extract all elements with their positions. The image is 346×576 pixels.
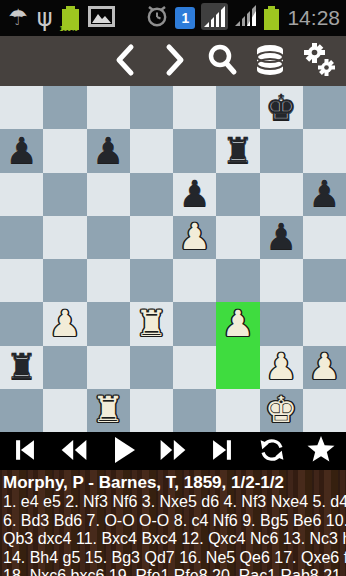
black-pawn: ♟ bbox=[5, 133, 37, 169]
square-g1[interactable]: ♚ bbox=[260, 389, 303, 432]
square-b3[interactable]: ♟ bbox=[43, 302, 86, 345]
battery-icon bbox=[264, 6, 279, 30]
usb-icon: ψ bbox=[37, 6, 53, 30]
white-pawn: ♟ bbox=[222, 306, 254, 342]
battery-percent-label: 100% bbox=[60, 25, 78, 32]
previous-game-button[interactable] bbox=[102, 36, 150, 86]
status-bar: ☂ ψ 100% bbox=[0, 0, 346, 36]
square-c4[interactable] bbox=[87, 259, 130, 302]
square-f4[interactable] bbox=[216, 259, 259, 302]
black-rook: ♜ bbox=[222, 133, 254, 169]
signal-strength-icon bbox=[201, 3, 228, 34]
star-icon bbox=[307, 436, 335, 466]
skip-to-end-icon bbox=[209, 437, 235, 466]
game-info: Morphy, P - Barnes, T, 1859, 1/2-1/2 1. … bbox=[0, 470, 346, 576]
square-a2[interactable]: ♜ bbox=[0, 346, 43, 389]
black-pawn: ♟ bbox=[308, 176, 340, 212]
phone-screen: ☂ ψ 100% bbox=[0, 0, 346, 576]
square-a5[interactable] bbox=[0, 216, 43, 259]
square-f5[interactable] bbox=[216, 216, 259, 259]
square-f7[interactable]: ♜ bbox=[216, 129, 259, 172]
square-b1[interactable] bbox=[43, 389, 86, 432]
black-pawn: ♟ bbox=[92, 133, 124, 169]
star-favorite-button[interactable] bbox=[301, 432, 341, 470]
fast-forward-button[interactable] bbox=[153, 432, 193, 470]
status-icons-left: ☂ ψ 100% bbox=[4, 6, 115, 31]
search-button[interactable] bbox=[198, 36, 246, 86]
status-icons-right: 1 bbox=[145, 3, 342, 34]
clock-time: 14:28 bbox=[285, 6, 342, 30]
square-d4[interactable] bbox=[130, 259, 173, 302]
square-b8[interactable] bbox=[43, 86, 86, 129]
rewind-button[interactable] bbox=[54, 432, 94, 470]
square-c5[interactable] bbox=[87, 216, 130, 259]
notification-count: 1 bbox=[182, 10, 190, 26]
square-b5[interactable] bbox=[43, 216, 86, 259]
square-c7[interactable]: ♟ bbox=[87, 129, 130, 172]
square-a7[interactable]: ♟ bbox=[0, 129, 43, 172]
square-c2[interactable] bbox=[87, 346, 130, 389]
white-pawn: ♟ bbox=[178, 219, 210, 255]
square-d8[interactable] bbox=[130, 86, 173, 129]
refresh-icon bbox=[259, 437, 285, 466]
search-icon bbox=[205, 43, 239, 80]
square-g2[interactable]: ♟ bbox=[260, 346, 303, 389]
play-button[interactable] bbox=[104, 432, 144, 470]
square-c6[interactable] bbox=[87, 173, 130, 216]
skip-to-start-icon bbox=[12, 437, 38, 466]
square-h1[interactable] bbox=[303, 389, 346, 432]
notification-badge: 1 bbox=[175, 7, 195, 29]
alarm-clock-icon bbox=[145, 4, 169, 32]
database-button[interactable] bbox=[246, 36, 294, 86]
square-b4[interactable] bbox=[43, 259, 86, 302]
toolbar bbox=[0, 36, 346, 86]
play-icon bbox=[111, 436, 137, 467]
square-c3[interactable] bbox=[87, 302, 130, 345]
square-f2[interactable] bbox=[216, 346, 259, 389]
move-line: 14. Bh4 g5 15. Bg3 Qd7 16. Ne5 Qe6 17. Q… bbox=[3, 549, 343, 568]
white-king: ♚ bbox=[265, 392, 297, 428]
black-rook: ♜ bbox=[5, 349, 37, 385]
square-e1[interactable] bbox=[173, 389, 216, 432]
black-pawn: ♟ bbox=[265, 219, 297, 255]
square-h2[interactable]: ♟ bbox=[303, 346, 346, 389]
chess-board: ♚♟♟♜♟♟♟♟♟♜♟♜♟♟♜♚ bbox=[0, 86, 346, 432]
white-rook: ♜ bbox=[135, 306, 167, 342]
square-a3[interactable] bbox=[0, 302, 43, 345]
square-f1[interactable] bbox=[216, 389, 259, 432]
square-f8[interactable] bbox=[216, 86, 259, 129]
square-d7[interactable] bbox=[130, 129, 173, 172]
square-h4[interactable] bbox=[303, 259, 346, 302]
square-h8[interactable] bbox=[303, 86, 346, 129]
white-rook: ♜ bbox=[92, 392, 124, 428]
gallery-icon bbox=[88, 6, 115, 31]
square-a6[interactable] bbox=[0, 173, 43, 216]
square-a8[interactable] bbox=[0, 86, 43, 129]
skip-to-end-button[interactable] bbox=[202, 432, 242, 470]
square-e6[interactable]: ♟ bbox=[173, 173, 216, 216]
square-g3[interactable] bbox=[260, 302, 303, 345]
signal-strength-2-icon bbox=[234, 4, 258, 32]
move-list[interactable]: 1. e4 e5 2. Nf3 Nf6 3. Nxe5 d6 4. Nf3 Nx… bbox=[3, 493, 343, 576]
square-e5[interactable]: ♟ bbox=[173, 216, 216, 259]
square-d2[interactable] bbox=[130, 346, 173, 389]
square-b2[interactable] bbox=[43, 346, 86, 389]
database-icon bbox=[254, 43, 286, 80]
move-line: Qb3 dxc4 11. Bxc4 Bxc4 12. Qxc4 Nc6 13. … bbox=[3, 530, 343, 549]
square-e3[interactable] bbox=[173, 302, 216, 345]
move-line: 6. Bd3 Bd6 7. O-O O-O 8. c4 Nf6 9. Bg5 B… bbox=[3, 512, 343, 531]
square-a4[interactable] bbox=[0, 259, 43, 302]
square-h3[interactable] bbox=[303, 302, 346, 345]
next-game-button[interactable] bbox=[150, 36, 198, 86]
game-title: Morphy, P - Barnes, T, 1859, 1/2-1/2 bbox=[3, 472, 343, 493]
square-g8[interactable]: ♚ bbox=[260, 86, 303, 129]
square-g5[interactable]: ♟ bbox=[260, 216, 303, 259]
square-b6[interactable] bbox=[43, 173, 86, 216]
square-a1[interactable] bbox=[0, 389, 43, 432]
move-line: 1. e4 e5 2. Nf3 Nf6 3. Nxe5 d6 4. Nf3 Nx… bbox=[3, 493, 343, 512]
square-d3[interactable]: ♜ bbox=[130, 302, 173, 345]
square-e8[interactable] bbox=[173, 86, 216, 129]
white-pawn: ♟ bbox=[49, 306, 81, 342]
square-c1[interactable]: ♜ bbox=[87, 389, 130, 432]
square-e4[interactable] bbox=[173, 259, 216, 302]
square-d1[interactable] bbox=[130, 389, 173, 432]
square-g7[interactable] bbox=[260, 129, 303, 172]
black-king: ♚ bbox=[265, 90, 297, 126]
square-f6[interactable] bbox=[216, 173, 259, 216]
refresh-flip-button[interactable] bbox=[252, 432, 292, 470]
black-pawn: ♟ bbox=[178, 176, 210, 212]
square-h5[interactable] bbox=[303, 216, 346, 259]
square-f3[interactable]: ♟ bbox=[216, 302, 259, 345]
square-c8[interactable] bbox=[87, 86, 130, 129]
move-line: 18. Nxc6 bxc6 19. Rfe1 Rfe8 20. Rac1 Rab… bbox=[3, 567, 343, 576]
umbrella-icon: ☂ bbox=[8, 7, 28, 29]
skip-to-start-button[interactable] bbox=[5, 432, 45, 470]
square-h7[interactable] bbox=[303, 129, 346, 172]
settings-button[interactable] bbox=[294, 36, 342, 86]
square-g6[interactable] bbox=[260, 173, 303, 216]
chevron-right-icon bbox=[159, 43, 189, 80]
square-d6[interactable] bbox=[130, 173, 173, 216]
gears-icon bbox=[300, 42, 336, 81]
square-g4[interactable] bbox=[260, 259, 303, 302]
square-e2[interactable] bbox=[173, 346, 216, 389]
battery-100-icon: 100% bbox=[62, 6, 79, 30]
fast-forward-icon bbox=[159, 438, 187, 465]
playback-bar bbox=[0, 432, 346, 470]
square-h6[interactable]: ♟ bbox=[303, 173, 346, 216]
chevron-left-icon bbox=[111, 43, 141, 80]
white-pawn: ♟ bbox=[308, 349, 340, 385]
square-d5[interactable] bbox=[130, 216, 173, 259]
white-pawn: ♟ bbox=[265, 349, 297, 385]
rewind-icon bbox=[60, 438, 88, 465]
square-e7[interactable] bbox=[173, 129, 216, 172]
square-b7[interactable] bbox=[43, 129, 86, 172]
